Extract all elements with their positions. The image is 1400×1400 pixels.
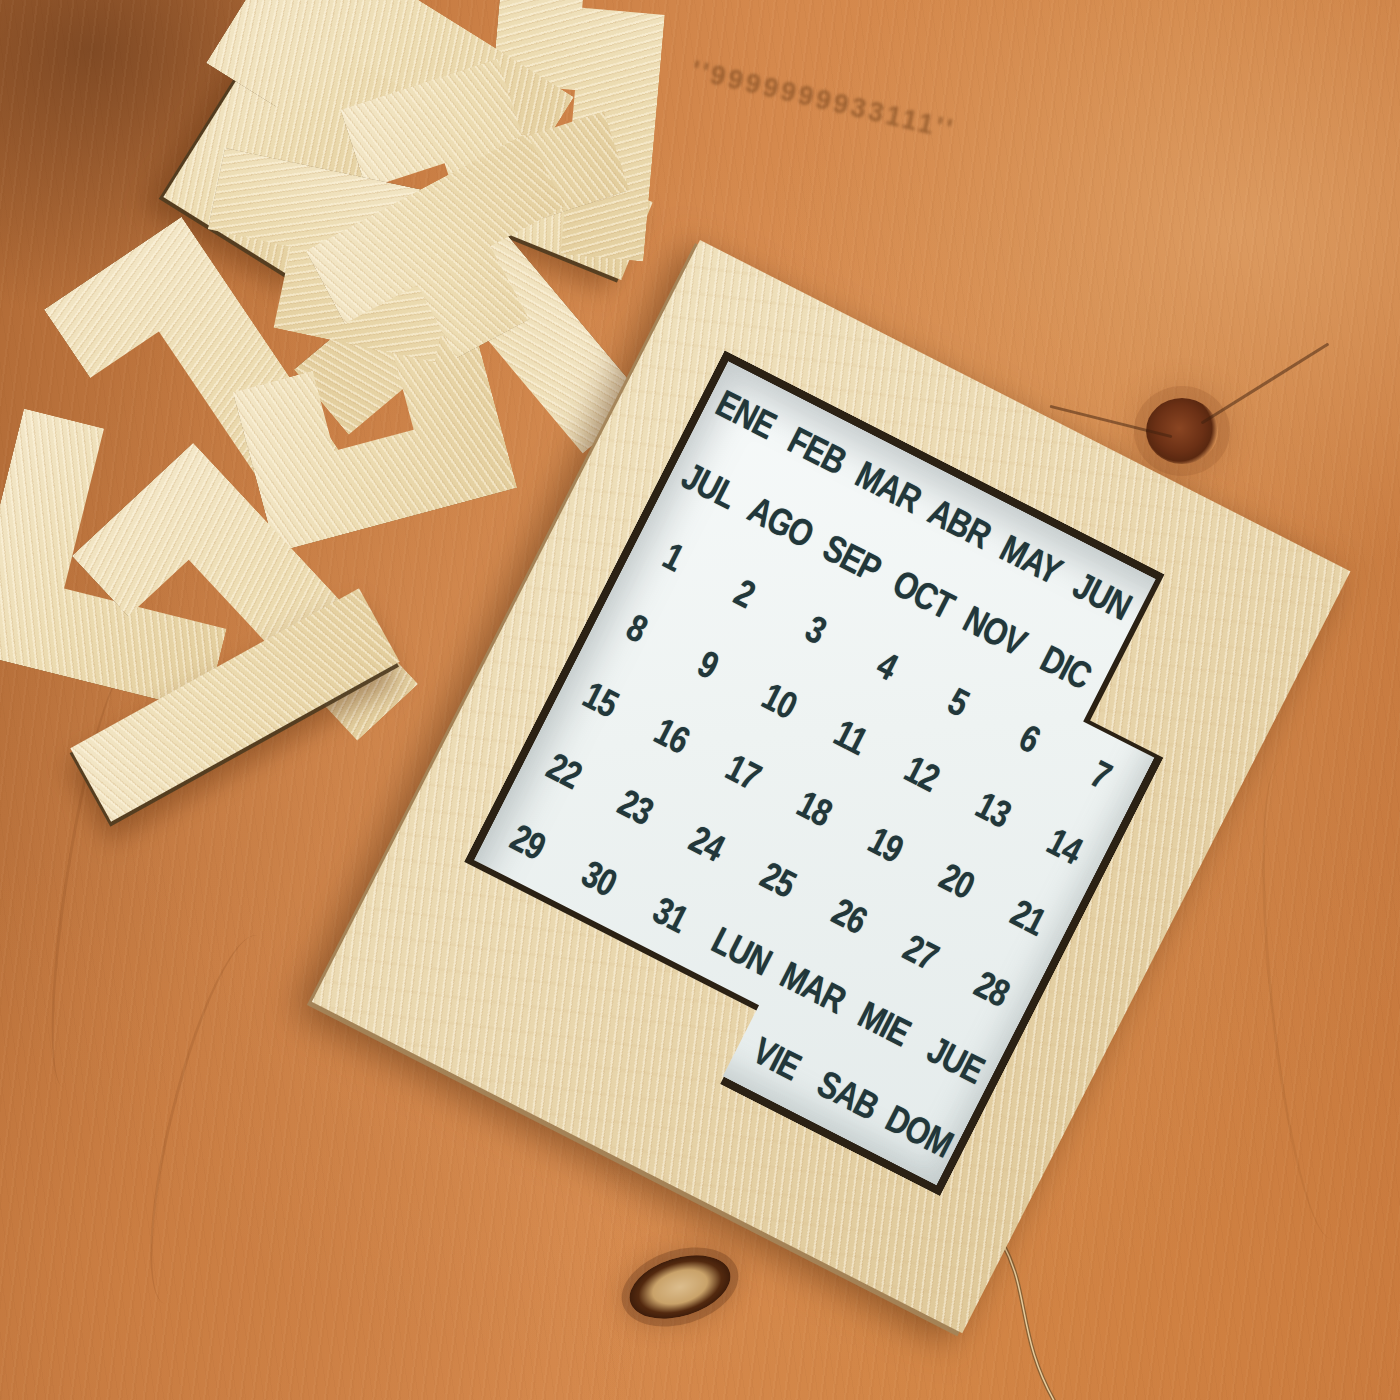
cell-label: JUN	[1066, 564, 1138, 629]
cell-label: VIE	[746, 1029, 807, 1088]
cell-label: 23	[611, 781, 659, 834]
cell-label: 30	[575, 852, 623, 905]
cell-label: 21	[1004, 891, 1052, 944]
cell-label: 11	[827, 711, 874, 763]
cell-label: 27	[896, 926, 944, 979]
cell-label: JUE	[920, 1028, 990, 1092]
wood-grain-line	[1245, 757, 1368, 1242]
wood-knot-lower	[622, 1244, 738, 1330]
wood-crack-line	[1201, 342, 1330, 424]
cell-label: 20	[933, 855, 981, 908]
cell-label: 22	[540, 745, 588, 798]
cell-label: 29	[504, 816, 552, 869]
cell-label: LUN	[705, 919, 778, 985]
cell-label: 9	[691, 642, 725, 688]
faded-stamp-mark: ''9999999933111''	[689, 55, 1018, 159]
cell-label: 8	[620, 606, 654, 652]
cell-label: 31	[646, 889, 694, 942]
cell-label: NOV	[956, 598, 1032, 665]
cell-label: 7	[1084, 752, 1118, 798]
cell-label: DOM	[879, 1097, 960, 1166]
cell-label: 26	[825, 890, 873, 943]
photo-scene: ''9999999933111'' ENEFEBMARABRMAYJUNJULA…	[0, 0, 1400, 1400]
cell-label: 19	[861, 819, 909, 872]
cell-label: 18	[790, 782, 838, 835]
cell-label: 14	[1040, 820, 1088, 873]
cell-label: 10	[755, 675, 803, 728]
cell-label: AGO	[741, 488, 820, 557]
cell-label: FEB	[781, 419, 853, 484]
cell-label: MIE	[851, 993, 917, 1055]
cell-label: 17	[719, 746, 767, 799]
cell-label: DIC	[1034, 637, 1098, 698]
cell-label: OCT	[886, 562, 961, 628]
cell-label: MAR	[849, 453, 928, 522]
cell-label: ENE	[709, 382, 782, 448]
cell-label: 13	[969, 784, 1017, 837]
cell-label: 2	[727, 571, 761, 617]
cell-label: ABR	[921, 490, 997, 557]
cell-label: 16	[648, 710, 696, 763]
cell-label: 12	[898, 747, 946, 800]
cell-label: 6	[1012, 716, 1046, 762]
cell-label: 4	[870, 643, 904, 689]
wood-grain-line	[125, 926, 297, 1315]
cell-label: 28	[968, 963, 1016, 1016]
cell-label: MAY	[993, 527, 1068, 594]
cell-label: SAB	[811, 1062, 886, 1128]
cell-label: MAR	[773, 953, 852, 1022]
cell-label: 5	[941, 680, 975, 726]
cell-label: 15	[576, 673, 624, 726]
cell-label: 3	[799, 607, 833, 653]
cell-label: 24	[682, 817, 730, 870]
cell-label: JUL	[675, 454, 744, 517]
cell-label: 25	[754, 854, 802, 907]
cell-label: 1	[656, 535, 690, 581]
cell-label: SEP	[816, 526, 888, 591]
